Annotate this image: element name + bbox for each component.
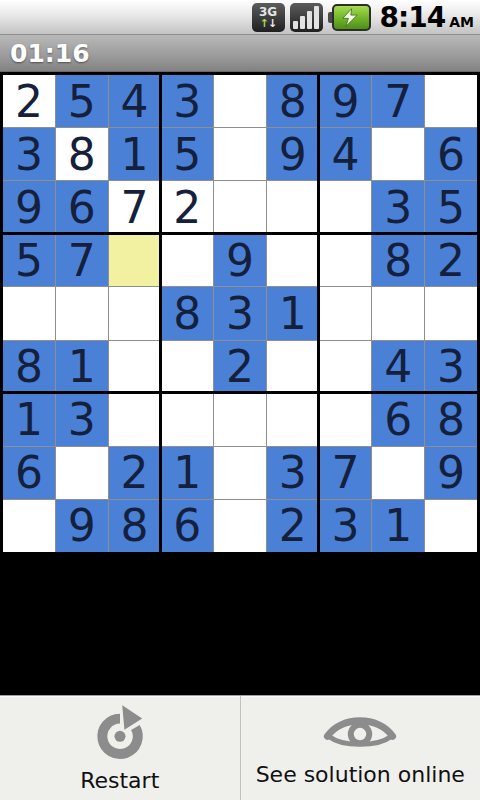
signal-strength-icon xyxy=(290,3,323,32)
cell-r8c7[interactable]: 7 xyxy=(320,447,372,499)
cell-r4c1[interactable]: 5 xyxy=(3,234,55,286)
cell-r3c8[interactable]: 3 xyxy=(372,181,424,233)
cell-r7c6[interactable] xyxy=(267,394,319,446)
cell-r7c8[interactable]: 6 xyxy=(372,394,424,446)
cell-r3c6[interactable] xyxy=(267,181,319,233)
cell-r4c3[interactable] xyxy=(109,234,161,286)
cell-r2c5[interactable] xyxy=(214,128,266,180)
cell-r9c6[interactable]: 2 xyxy=(267,500,319,552)
cell-r5c5[interactable]: 3 xyxy=(214,287,266,339)
cell-r5c7[interactable] xyxy=(320,287,372,339)
cell-r4c6[interactable] xyxy=(267,234,319,286)
cell-r1c3[interactable]: 4 xyxy=(109,75,161,127)
cell-r5c3[interactable] xyxy=(109,287,161,339)
cell-r4c2[interactable]: 7 xyxy=(56,234,108,286)
cell-r7c3[interactable] xyxy=(109,394,161,446)
cell-r7c5[interactable] xyxy=(214,394,266,446)
cell-r6c7[interactable] xyxy=(320,341,372,393)
cell-r4c5[interactable]: 9 xyxy=(214,234,266,286)
cell-r1c9[interactable] xyxy=(425,75,477,127)
cell-r1c4[interactable]: 3 xyxy=(161,75,213,127)
cell-r6c3[interactable] xyxy=(109,341,161,393)
cell-r1c7[interactable]: 9 xyxy=(320,75,372,127)
restart-refresh-icon xyxy=(89,702,151,764)
clock: 8:14 AM xyxy=(380,1,474,34)
cell-r6c1[interactable]: 8 xyxy=(3,341,55,393)
status-bar: 3G ↑↓ 8:14 AM xyxy=(0,0,480,35)
letterbox-area xyxy=(0,555,480,695)
cell-r5c9[interactable] xyxy=(425,287,477,339)
cell-r3c4[interactable]: 2 xyxy=(161,181,213,233)
cell-r9c5[interactable] xyxy=(214,500,266,552)
cell-r8c6[interactable]: 3 xyxy=(267,447,319,499)
box-divider-vertical-2 xyxy=(317,72,320,555)
game-timer: 01:16 xyxy=(10,39,90,68)
box-divider-vertical-1 xyxy=(159,72,162,555)
cell-r2c2[interactable]: 8 xyxy=(56,128,108,180)
cell-r9c2[interactable]: 9 xyxy=(56,500,108,552)
mobile-data-3g-icon: 3G ↑↓ xyxy=(252,3,285,32)
cell-r8c5[interactable] xyxy=(214,447,266,499)
cell-r9c8[interactable]: 1 xyxy=(372,500,424,552)
cell-r7c1[interactable]: 1 xyxy=(3,394,55,446)
battery-charging-icon xyxy=(328,4,371,31)
cell-r4c4[interactable] xyxy=(161,234,213,286)
title-bar: 01:16 xyxy=(0,35,480,72)
cell-r3c1[interactable]: 9 xyxy=(3,181,55,233)
see-solution-button-label: See solution online xyxy=(256,762,465,788)
cell-r2c6[interactable]: 9 xyxy=(267,128,319,180)
cell-r5c8[interactable] xyxy=(372,287,424,339)
cell-r1c5[interactable] xyxy=(214,75,266,127)
cell-r4c7[interactable] xyxy=(320,234,372,286)
cell-r3c3[interactable]: 7 xyxy=(109,181,161,233)
cell-r6c4[interactable] xyxy=(161,341,213,393)
cell-r1c2[interactable]: 5 xyxy=(56,75,108,127)
cell-r4c9[interactable]: 2 xyxy=(425,234,477,286)
cell-r6c5[interactable]: 2 xyxy=(214,341,266,393)
cell-r3c7[interactable] xyxy=(320,181,372,233)
cell-r8c4[interactable]: 1 xyxy=(161,447,213,499)
cell-r7c4[interactable] xyxy=(161,394,213,446)
cell-r6c2[interactable]: 1 xyxy=(56,341,108,393)
cell-r1c1[interactable]: 2 xyxy=(3,75,55,127)
cell-r3c9[interactable]: 5 xyxy=(425,181,477,233)
cell-r7c2[interactable]: 3 xyxy=(56,394,108,446)
lightning-bolt-icon xyxy=(338,6,362,29)
cell-r7c7[interactable] xyxy=(320,394,372,446)
restart-button-label: Restart xyxy=(80,768,159,794)
cell-r6c6[interactable] xyxy=(267,341,319,393)
cell-r9c1[interactable] xyxy=(3,500,55,552)
cell-r2c4[interactable]: 5 xyxy=(161,128,213,180)
cell-r8c3[interactable]: 2 xyxy=(109,447,161,499)
cell-r3c2[interactable]: 6 xyxy=(56,181,108,233)
cell-r8c8[interactable] xyxy=(372,447,424,499)
cell-r5c1[interactable] xyxy=(3,287,55,339)
cell-r9c7[interactable]: 3 xyxy=(320,500,372,552)
cell-r5c6[interactable]: 1 xyxy=(267,287,319,339)
restart-button[interactable]: Restart xyxy=(0,696,240,800)
cell-r9c3[interactable]: 8 xyxy=(109,500,161,552)
cell-r7c9[interactable]: 8 xyxy=(425,394,477,446)
cell-r2c3[interactable]: 1 xyxy=(109,128,161,180)
cell-r1c6[interactable]: 8 xyxy=(267,75,319,127)
cell-r5c2[interactable] xyxy=(56,287,108,339)
sudoku-cells-grid[interactable]: 2543897381594696723557982831812431368621… xyxy=(3,75,477,552)
phone-screen: 3G ↑↓ 8:14 AM 01:16 25438973815946967235… xyxy=(0,0,480,800)
cell-r8c1[interactable]: 6 xyxy=(3,447,55,499)
cell-r1c8[interactable]: 7 xyxy=(372,75,424,127)
cell-r2c8[interactable] xyxy=(372,128,424,180)
box-divider-horizontal-2 xyxy=(0,391,480,394)
eye-icon xyxy=(322,708,398,758)
see-solution-button[interactable]: See solution online xyxy=(241,696,480,800)
cell-r6c9[interactable]: 3 xyxy=(425,341,477,393)
clock-time: 8:14 xyxy=(380,1,446,34)
cell-r6c8[interactable]: 4 xyxy=(372,341,424,393)
cell-r2c9[interactable]: 6 xyxy=(425,128,477,180)
cell-r5c4[interactable]: 8 xyxy=(161,287,213,339)
cell-r9c4[interactable]: 6 xyxy=(161,500,213,552)
cell-r9c9[interactable] xyxy=(425,500,477,552)
cell-r2c1[interactable]: 3 xyxy=(3,128,55,180)
data-transfer-arrows-icon: ↑↓ xyxy=(260,18,276,29)
box-divider-horizontal-1 xyxy=(0,232,480,235)
cell-r4c8[interactable]: 8 xyxy=(372,234,424,286)
bottom-toolbar: Restart See solution online xyxy=(0,695,480,800)
cell-r3c5[interactable] xyxy=(214,181,266,233)
cell-r8c9[interactable]: 9 xyxy=(425,447,477,499)
clock-meridiem: AM xyxy=(449,14,474,30)
sudoku-board[interactable]: 2543897381594696723557982831812431368621… xyxy=(0,72,480,555)
cell-r8c2[interactable] xyxy=(56,447,108,499)
cell-r2c7[interactable]: 4 xyxy=(320,128,372,180)
